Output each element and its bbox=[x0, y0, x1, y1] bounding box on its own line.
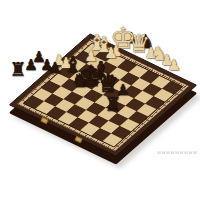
piece-dark-r: ♜ bbox=[104, 95, 121, 114]
piece-dark-p: ♟ bbox=[48, 61, 61, 76]
watermark-text: wwwwwwwwww bbox=[157, 149, 197, 158]
piece-light-p: ♟ bbox=[167, 58, 180, 73]
product-photo: ♜♟♟♟♟♝♞♚♝♛♜♟♟♞♟♟♟♝♝♟♟♚♛♟♞♟♟ wwwwwwwwww bbox=[0, 0, 200, 200]
piece-dark-r: ♜ bbox=[9, 60, 26, 79]
